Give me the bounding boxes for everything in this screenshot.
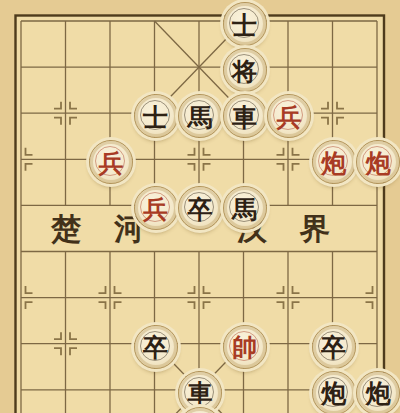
piece-glyph: 車 [188, 381, 213, 406]
piece-black-cannon[interactable]: 炮 [356, 371, 400, 413]
piece-black-horse[interactable]: 馬 [178, 94, 222, 138]
piece-glyph: 卒 [321, 335, 346, 360]
piece-glyph: 将 [232, 59, 257, 84]
piece-black-horse[interactable]: 馬 [223, 186, 267, 230]
piece-black-advisor[interactable]: 士 [223, 2, 267, 46]
piece-glyph: 兵 [277, 105, 302, 130]
piece-glyph: 炮 [366, 381, 391, 406]
piece-glyph: 士 [143, 105, 168, 130]
piece-black-soldier[interactable]: 卒 [134, 325, 178, 369]
piece-glyph: 炮 [321, 151, 346, 176]
piece-glyph: 炮 [321, 381, 346, 406]
piece-red-soldier[interactable]: 兵 [89, 140, 133, 184]
piece-red-soldier[interactable]: 兵 [134, 186, 178, 230]
piece-glyph: 車 [232, 105, 257, 130]
piece-red-cannon[interactable]: 炮 [356, 140, 400, 184]
piece-black-chariot[interactable]: 車 [223, 94, 267, 138]
piece-black-soldier[interactable]: 卒 [312, 325, 356, 369]
piece-glyph: 馬 [232, 197, 257, 222]
piece-glyph: 卒 [143, 335, 168, 360]
piece-black-cannon[interactable]: 炮 [312, 371, 356, 413]
piece-red-soldier[interactable]: 兵 [267, 94, 311, 138]
piece-glyph: 帥 [232, 335, 257, 360]
piece-glyph: 兵 [99, 151, 124, 176]
piece-black-general[interactable]: 将 [223, 48, 267, 92]
piece-glyph: 炮 [366, 151, 391, 176]
piece-black-advisor[interactable]: 士 [134, 94, 178, 138]
piece-red-cannon[interactable]: 炮 [312, 140, 356, 184]
xiangqi-board[interactable]: 楚河 汉界 士将士馬車兵兵炮炮兵卒馬卒帥卒車炮炮 [0, 0, 400, 413]
piece-red-general[interactable]: 帥 [223, 325, 267, 369]
piece-glyph: 士 [232, 13, 257, 38]
piece-glyph: 馬 [188, 105, 213, 130]
piece-glyph: 卒 [188, 197, 213, 222]
piece-glyph: 兵 [143, 197, 168, 222]
